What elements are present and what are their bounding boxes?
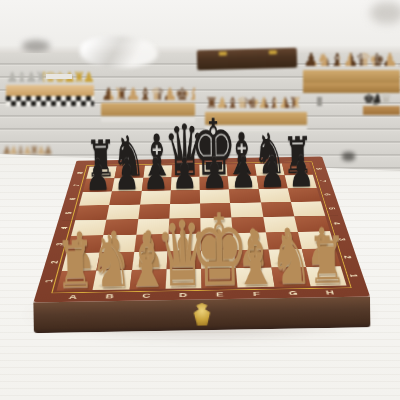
file-label: C: [128, 290, 166, 300]
file-label: D: [165, 289, 202, 299]
black-pawn[interactable]: ♟: [201, 151, 227, 194]
rank-label: 7: [308, 178, 339, 184]
file-label: B: [91, 291, 129, 301]
chess-board: ♜♞♝♛♚♝♞♜♟♟♟♟♟♟♟♟♟♟♟♟♟♟♟♟♜♞♝♛♚♝♞♜ ABCDEFG…: [33, 156, 370, 302]
file-label: A: [54, 291, 93, 301]
rank-label: 5: [52, 209, 85, 216]
black-pawn[interactable]: ♟: [114, 153, 140, 196]
black-pawn[interactable]: ♟: [230, 151, 256, 194]
square-c7[interactable]: ♟: [141, 177, 171, 190]
square-g1[interactable]: ♞: [271, 267, 310, 287]
square-b6[interactable]: [109, 191, 141, 205]
file-label: G: [274, 288, 312, 298]
square-g5[interactable]: [260, 202, 294, 217]
file-label: F: [238, 288, 276, 298]
rank-label: 6: [57, 195, 88, 202]
black-pawn[interactable]: ♟: [259, 150, 285, 193]
brass-latch-icon: [193, 303, 211, 326]
rank-label: 6: [312, 191, 344, 198]
black-pawn[interactable]: ♟: [143, 152, 169, 195]
white-rook[interactable]: ♜: [308, 228, 347, 293]
box-front-panel: [33, 297, 370, 334]
board-grid: ♜♞♝♛♚♝♞♜♟♟♟♟♟♟♟♟♟♟♟♟♟♟♟♟♜♞♝♛♚♝♞♜: [57, 163, 347, 291]
black-pawn[interactable]: ♟: [172, 152, 198, 195]
square-d7[interactable]: ♟: [171, 177, 200, 190]
chessboard-scene: ♜♞♝♛♚♝♞♜♟♟♟♟♟♟♟♟♟♟♟♟♟♟♟♟♜♞♝♛♚♝♞♜ ABCDEFG…: [0, 0, 400, 400]
rank-label: 5: [316, 205, 349, 212]
rank-label: 8: [65, 170, 94, 176]
file-label: E: [202, 289, 239, 299]
square-g7[interactable]: ♟: [256, 175, 287, 188]
rank-label: 7: [61, 182, 91, 188]
square-e1[interactable]: ♚: [201, 268, 238, 288]
square-f1[interactable]: ♝: [236, 267, 274, 287]
file-label: H: [311, 287, 350, 297]
square-e7[interactable]: ♟: [200, 176, 229, 189]
shop-photo: ♟♝♟♜♛♚♟♜♟♝♟ ♟♜♟♝♛♟♚♝♟♞♟♜ ♟♞♝♟♛♚♟♝♞♟♜ ♜♟♝…: [0, 0, 400, 400]
square-h1[interactable]: ♜: [306, 266, 347, 286]
rank-label: 8: [304, 166, 334, 172]
square-f7[interactable]: ♟: [228, 176, 258, 189]
square-b7[interactable]: ♟: [112, 178, 143, 191]
square-g6[interactable]: [258, 188, 290, 202]
